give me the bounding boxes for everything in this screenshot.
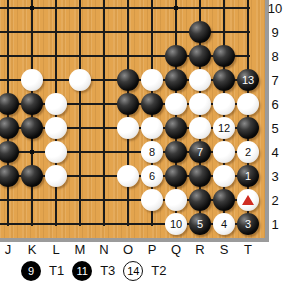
stone-R4: 7 [189, 141, 211, 163]
caption-move-number: 11 [76, 265, 87, 277]
grid-line-row-10 [0, 7, 250, 9]
go-board: 13128726110543 [0, 0, 269, 242]
stone-S2 [213, 189, 235, 211]
stone-P4: 8 [141, 141, 163, 163]
caption-move-number: 14 [127, 265, 139, 277]
stone-J3 [0, 165, 19, 187]
row-label-4: 4 [271, 145, 278, 160]
stone-P6 [141, 93, 163, 115]
stone-S8 [213, 45, 235, 67]
column-label-N: N [99, 242, 108, 257]
stone-Q6 [165, 93, 187, 115]
stone-M7 [69, 69, 91, 91]
caption-move-number: 9 [28, 265, 34, 277]
caption-black-stone-11: 11 [72, 261, 92, 281]
stone-P7 [141, 69, 163, 91]
column-label-J: J [5, 242, 12, 257]
stone-T4: 2 [237, 141, 259, 163]
stone-T3: 1 [237, 165, 259, 187]
stone-T5 [237, 117, 259, 139]
stone-number: 12 [218, 123, 230, 134]
caption-location-1: T1 [49, 263, 64, 278]
row-label-6: 6 [271, 97, 278, 112]
stone-Q7 [165, 69, 187, 91]
stone-number: 7 [197, 147, 203, 158]
stone-number: 8 [149, 147, 155, 158]
row-label-7: 7 [271, 73, 278, 88]
stone-K5 [21, 117, 43, 139]
stone-J4 [0, 141, 19, 163]
stone-T6 [237, 93, 259, 115]
stone-K3 [21, 165, 43, 187]
grid-line-row-9 [0, 31, 250, 33]
stone-number: 3 [245, 219, 251, 230]
stone-P3: 6 [141, 165, 163, 187]
move-caption: 9 T1 11 T3 14 T2 [21, 260, 167, 281]
stone-R9 [189, 21, 211, 43]
column-label-R: R [195, 242, 204, 257]
stone-S3 [213, 165, 235, 187]
column-label-L: L [52, 242, 59, 257]
stone-P2 [141, 189, 163, 211]
stone-J6 [0, 93, 19, 115]
stone-Q5 [165, 117, 187, 139]
stone-L4 [45, 141, 67, 163]
stone-number: 6 [149, 171, 155, 182]
star-point-Q10 [174, 6, 178, 10]
column-label-K: K [28, 242, 37, 257]
row-label-10: 10 [268, 1, 282, 16]
column-label-Q: Q [171, 242, 181, 257]
stone-number: 13 [242, 75, 254, 86]
stone-S6 [213, 93, 235, 115]
star-point-K4 [30, 150, 34, 154]
stone-L5 [45, 117, 67, 139]
stone-R8 [189, 45, 211, 67]
stone-Q2 [165, 189, 187, 211]
stone-O3 [117, 165, 139, 187]
stone-R7 [189, 69, 211, 91]
caption-location-3: T2 [151, 263, 166, 278]
row-label-2: 2 [271, 193, 278, 208]
caption-black-stone-9: 9 [21, 261, 41, 281]
grid-line-col-M [79, 0, 81, 226]
stone-R2 [189, 189, 211, 211]
column-label-P: P [148, 242, 157, 257]
stone-T2 [237, 189, 259, 211]
column-label-S: S [220, 242, 229, 257]
caption-white-stone-14: 14 [123, 261, 143, 281]
row-label-5: 5 [271, 121, 278, 136]
stone-R6 [189, 93, 211, 115]
stone-O6 [117, 93, 139, 115]
column-label-O: O [123, 242, 133, 257]
row-label-1: 1 [271, 217, 278, 232]
stone-S7 [213, 69, 235, 91]
stone-R1: 5 [189, 213, 211, 235]
row-label-3: 3 [271, 169, 278, 184]
stone-S1: 4 [213, 213, 235, 235]
stone-number: 10 [170, 219, 182, 230]
stone-O5 [117, 117, 139, 139]
stone-number: 4 [221, 219, 227, 230]
stone-T1: 3 [237, 213, 259, 235]
stone-S5: 12 [213, 117, 235, 139]
stone-Q4 [165, 141, 187, 163]
stone-S4 [213, 141, 235, 163]
stone-number: 2 [245, 147, 251, 158]
stone-Q3 [165, 165, 187, 187]
stone-L6 [45, 93, 67, 115]
stone-P5 [141, 117, 163, 139]
stone-T7: 13 [237, 69, 259, 91]
column-label-M: M [75, 242, 86, 257]
stone-number: 1 [245, 171, 251, 182]
star-point-K10 [30, 6, 34, 10]
go-diagram-page: 13128726110543 JKLMNOPQRST 10987654321 9… [0, 0, 284, 297]
row-label-9: 9 [271, 25, 278, 40]
column-label-T: T [244, 242, 252, 257]
stone-Q8 [165, 45, 187, 67]
grid-line-col-N [103, 0, 105, 226]
stone-O7 [117, 69, 139, 91]
stone-J5 [0, 117, 19, 139]
stone-R3 [189, 165, 211, 187]
stone-K6 [21, 93, 43, 115]
caption-location-2: T3 [100, 263, 115, 278]
stone-K7 [21, 69, 43, 91]
stone-number: 5 [197, 219, 203, 230]
stone-R5 [189, 117, 211, 139]
stone-Q1: 10 [165, 213, 187, 235]
row-label-8: 8 [271, 49, 278, 64]
stone-L3 [45, 165, 67, 187]
red-triangle-marker-icon [242, 195, 254, 205]
